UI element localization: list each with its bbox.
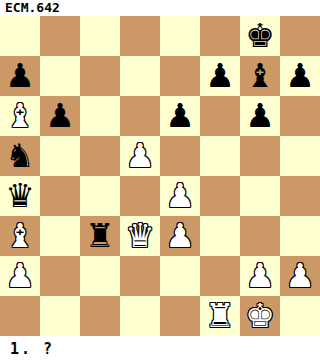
black-king-g8: ♚ [240,16,280,56]
black-pawn-a7: ♟ [0,56,40,96]
square-h5[interactable] [280,136,320,176]
white-queen-d3: ♛ [120,216,160,256]
square-a8[interactable] [0,16,40,56]
square-g8[interactable]: ♚ [240,16,280,56]
square-f1[interactable]: ♜ [200,296,240,336]
square-a4[interactable]: ♛ [0,176,40,216]
square-e8[interactable] [160,16,200,56]
black-pawn-g6: ♟ [240,96,280,136]
square-e3[interactable]: ♟ [160,216,200,256]
square-e4[interactable]: ♟ [160,176,200,216]
white-pawn-d5: ♟ [120,136,160,176]
white-pawn-e3: ♟ [160,216,200,256]
square-c5[interactable] [80,136,120,176]
square-g2[interactable]: ♟ [240,256,280,296]
square-d7[interactable] [120,56,160,96]
black-queen-a4: ♛ [0,176,40,216]
square-c1[interactable] [80,296,120,336]
square-d5[interactable]: ♟ [120,136,160,176]
white-king-g1: ♚ [240,296,280,336]
square-h4[interactable] [280,176,320,216]
square-b1[interactable] [40,296,80,336]
square-f3[interactable] [200,216,240,256]
title-bar: ECM.642 [0,0,320,16]
square-c8[interactable] [80,16,120,56]
square-d4[interactable] [120,176,160,216]
square-g1[interactable]: ♚ [240,296,280,336]
square-g6[interactable]: ♟ [240,96,280,136]
black-bishop-g7: ♝ [240,56,280,96]
square-d2[interactable] [120,256,160,296]
black-rook-c3: ♜ [80,216,120,256]
black-pawn-b6: ♟ [40,96,80,136]
square-f4[interactable] [200,176,240,216]
square-a2[interactable]: ♟ [0,256,40,296]
square-c3[interactable]: ♜ [80,216,120,256]
white-bishop-a6: ♝ [0,96,40,136]
square-g5[interactable] [240,136,280,176]
square-a7[interactable]: ♟ [0,56,40,96]
square-g7[interactable]: ♝ [240,56,280,96]
black-pawn-f7: ♟ [200,56,240,96]
square-f6[interactable] [200,96,240,136]
square-b6[interactable]: ♟ [40,96,80,136]
black-knight-a5: ♞ [0,136,40,176]
square-d1[interactable] [120,296,160,336]
black-pawn-h7: ♟ [280,56,320,96]
square-f5[interactable] [200,136,240,176]
square-g3[interactable] [240,216,280,256]
square-b8[interactable] [40,16,80,56]
white-bishop-a3: ♝ [0,216,40,256]
square-b5[interactable] [40,136,80,176]
puzzle-title: ECM.642 [5,0,60,15]
square-c7[interactable] [80,56,120,96]
square-c2[interactable] [80,256,120,296]
chess-board: ♚♟♟♝♟♝♟♟♟♞♟♛♟♝♜♛♟♟♟♟♜♚ [0,16,320,336]
square-h1[interactable] [280,296,320,336]
square-h2[interactable]: ♟ [280,256,320,296]
square-e1[interactable] [160,296,200,336]
white-rook-f1: ♜ [200,296,240,336]
square-a5[interactable]: ♞ [0,136,40,176]
square-a6[interactable]: ♝ [0,96,40,136]
square-e5[interactable] [160,136,200,176]
square-e6[interactable]: ♟ [160,96,200,136]
square-f7[interactable]: ♟ [200,56,240,96]
square-f2[interactable] [200,256,240,296]
white-pawn-h2: ♟ [280,256,320,296]
square-h7[interactable]: ♟ [280,56,320,96]
square-b2[interactable] [40,256,80,296]
square-h3[interactable] [280,216,320,256]
white-pawn-a2: ♟ [0,256,40,296]
square-d3[interactable]: ♛ [120,216,160,256]
square-b3[interactable] [40,216,80,256]
black-pawn-e6: ♟ [160,96,200,136]
square-e7[interactable] [160,56,200,96]
square-h6[interactable] [280,96,320,136]
square-d8[interactable] [120,16,160,56]
move-prompt: 1. ? [0,336,320,360]
square-f8[interactable] [200,16,240,56]
square-e2[interactable] [160,256,200,296]
square-d6[interactable] [120,96,160,136]
square-h8[interactable] [280,16,320,56]
square-g4[interactable] [240,176,280,216]
square-a3[interactable]: ♝ [0,216,40,256]
white-pawn-g2: ♟ [240,256,280,296]
white-pawn-e4: ♟ [160,176,200,216]
square-b4[interactable] [40,176,80,216]
square-c6[interactable] [80,96,120,136]
square-a1[interactable] [0,296,40,336]
square-c4[interactable] [80,176,120,216]
square-b7[interactable] [40,56,80,96]
